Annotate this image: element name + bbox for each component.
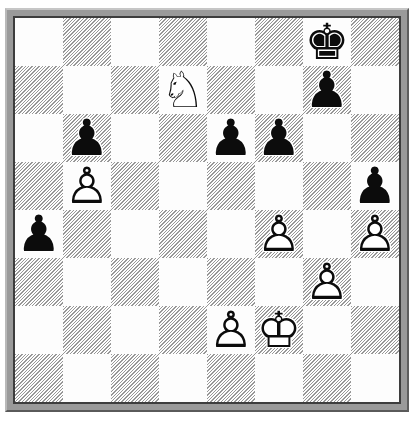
square-g1[interactable] <box>303 354 351 402</box>
square-b7[interactable] <box>63 66 111 114</box>
square-b1[interactable] <box>63 354 111 402</box>
piece-black-king[interactable]: ♚♚ <box>303 18 351 66</box>
white-knight-icon: ♘ <box>161 65 206 115</box>
square-f7[interactable] <box>255 66 303 114</box>
black-pawn-fill-glyph: ♟ <box>353 161 398 211</box>
piece-black-pawn[interactable]: ♟♟ <box>207 114 255 162</box>
chess-diagram-page: ♚♚♞♘♟♟♟♟♟♟♟♟♟♙♟♟♟♟♟♙♟♙♟♙♟♙♚♔ <box>0 0 414 422</box>
square-a4[interactable]: ♟♟ <box>15 210 63 258</box>
square-b2[interactable] <box>63 306 111 354</box>
square-c3[interactable] <box>111 258 159 306</box>
square-a6[interactable] <box>15 114 63 162</box>
square-e1[interactable] <box>207 354 255 402</box>
square-c4[interactable] <box>111 210 159 258</box>
square-f3[interactable] <box>255 258 303 306</box>
piece-white-pawn[interactable]: ♟♙ <box>255 210 303 258</box>
white-pawn-icon: ♙ <box>305 257 350 307</box>
square-e7[interactable] <box>207 66 255 114</box>
white-pawn-fill-glyph: ♟ <box>65 161 110 211</box>
square-e6[interactable]: ♟♟ <box>207 114 255 162</box>
square-g2[interactable] <box>303 306 351 354</box>
piece-black-pawn[interactable]: ♟♟ <box>15 210 63 258</box>
square-g7[interactable]: ♟♟ <box>303 66 351 114</box>
piece-white-knight[interactable]: ♞♘ <box>159 66 207 114</box>
square-a7[interactable] <box>15 66 63 114</box>
white-pawn-fill-glyph: ♟ <box>209 305 254 355</box>
square-b6[interactable]: ♟♟ <box>63 114 111 162</box>
black-king-icon: ♚ <box>305 17 350 67</box>
black-pawn-fill-glyph: ♟ <box>209 113 254 163</box>
square-d8[interactable] <box>159 18 207 66</box>
square-e3[interactable] <box>207 258 255 306</box>
square-f8[interactable] <box>255 18 303 66</box>
square-e8[interactable] <box>207 18 255 66</box>
piece-white-pawn[interactable]: ♟♙ <box>351 210 399 258</box>
white-pawn-icon: ♙ <box>65 161 110 211</box>
square-e4[interactable] <box>207 210 255 258</box>
square-c6[interactable] <box>111 114 159 162</box>
square-a5[interactable] <box>15 162 63 210</box>
black-pawn-icon: ♟ <box>209 113 254 163</box>
square-h5[interactable]: ♟♟ <box>351 162 399 210</box>
piece-black-pawn[interactable]: ♟♟ <box>63 114 111 162</box>
square-c1[interactable] <box>111 354 159 402</box>
black-pawn-icon: ♟ <box>65 113 110 163</box>
square-b3[interactable] <box>63 258 111 306</box>
square-d2[interactable] <box>159 306 207 354</box>
black-pawn-icon: ♟ <box>17 209 62 259</box>
square-h8[interactable] <box>351 18 399 66</box>
square-f6[interactable]: ♟♟ <box>255 114 303 162</box>
black-pawn-icon: ♟ <box>353 161 398 211</box>
square-c2[interactable] <box>111 306 159 354</box>
black-king-fill-glyph: ♚ <box>305 17 350 67</box>
piece-white-pawn[interactable]: ♟♙ <box>207 306 255 354</box>
square-h3[interactable] <box>351 258 399 306</box>
piece-white-pawn[interactable]: ♟♙ <box>63 162 111 210</box>
piece-black-pawn[interactable]: ♟♟ <box>303 66 351 114</box>
square-f2[interactable]: ♚♔ <box>255 306 303 354</box>
square-e2[interactable]: ♟♙ <box>207 306 255 354</box>
black-pawn-fill-glyph: ♟ <box>305 65 350 115</box>
piece-white-king[interactable]: ♚♔ <box>255 306 303 354</box>
black-pawn-fill-glyph: ♟ <box>257 113 302 163</box>
square-d5[interactable] <box>159 162 207 210</box>
piece-black-pawn[interactable]: ♟♟ <box>255 114 303 162</box>
square-g6[interactable] <box>303 114 351 162</box>
square-d7[interactable]: ♞♘ <box>159 66 207 114</box>
white-pawn-fill-glyph: ♟ <box>353 209 398 259</box>
square-h6[interactable] <box>351 114 399 162</box>
square-c8[interactable] <box>111 18 159 66</box>
square-a8[interactable] <box>15 18 63 66</box>
square-h4[interactable]: ♟♙ <box>351 210 399 258</box>
square-b4[interactable] <box>63 210 111 258</box>
square-g4[interactable] <box>303 210 351 258</box>
square-a1[interactable] <box>15 354 63 402</box>
square-h2[interactable] <box>351 306 399 354</box>
white-pawn-icon: ♙ <box>353 209 398 259</box>
piece-white-pawn[interactable]: ♟♙ <box>303 258 351 306</box>
square-b5[interactable]: ♟♙ <box>63 162 111 210</box>
square-g3[interactable]: ♟♙ <box>303 258 351 306</box>
square-c5[interactable] <box>111 162 159 210</box>
square-g5[interactable] <box>303 162 351 210</box>
black-pawn-fill-glyph: ♟ <box>17 209 62 259</box>
black-pawn-icon: ♟ <box>257 113 302 163</box>
black-pawn-icon: ♟ <box>305 65 350 115</box>
piece-black-pawn[interactable]: ♟♟ <box>351 162 399 210</box>
square-a3[interactable] <box>15 258 63 306</box>
square-d6[interactable] <box>159 114 207 162</box>
white-pawn-fill-glyph: ♟ <box>305 257 350 307</box>
white-pawn-icon: ♙ <box>257 209 302 259</box>
square-f4[interactable]: ♟♙ <box>255 210 303 258</box>
black-pawn-fill-glyph: ♟ <box>65 113 110 163</box>
white-king-fill-glyph: ♚ <box>257 305 302 355</box>
white-pawn-fill-glyph: ♟ <box>257 209 302 259</box>
white-king-icon: ♔ <box>257 305 302 355</box>
square-f5[interactable] <box>255 162 303 210</box>
square-e5[interactable] <box>207 162 255 210</box>
board-frame: ♚♚♞♘♟♟♟♟♟♟♟♟♟♙♟♟♟♟♟♙♟♙♟♙♟♙♚♔ <box>5 8 409 412</box>
white-pawn-icon: ♙ <box>209 305 254 355</box>
square-b8[interactable] <box>63 18 111 66</box>
square-f1[interactable] <box>255 354 303 402</box>
chess-board: ♚♚♞♘♟♟♟♟♟♟♟♟♟♙♟♟♟♟♟♙♟♙♟♙♟♙♚♔ <box>13 16 401 404</box>
square-d3[interactable] <box>159 258 207 306</box>
square-g8[interactable]: ♚♚ <box>303 18 351 66</box>
square-d4[interactable] <box>159 210 207 258</box>
square-a2[interactable] <box>15 306 63 354</box>
square-c7[interactable] <box>111 66 159 114</box>
square-d1[interactable] <box>159 354 207 402</box>
square-h7[interactable] <box>351 66 399 114</box>
white-knight-fill-glyph: ♞ <box>161 65 206 115</box>
square-h1[interactable] <box>351 354 399 402</box>
